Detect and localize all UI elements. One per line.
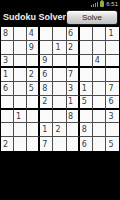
sudoku-cell[interactable] xyxy=(53,96,66,110)
sudoku-cell[interactable] xyxy=(40,41,53,55)
sudoku-cell[interactable]: 6 xyxy=(1,82,14,96)
sudoku-cell[interactable]: 8 xyxy=(1,27,14,41)
sudoku-cell[interactable]: 8 xyxy=(80,123,93,137)
sudoku-cell[interactable] xyxy=(80,55,93,69)
sudoku-cell[interactable]: 1 xyxy=(1,68,14,82)
sudoku-cell[interactable] xyxy=(27,55,40,69)
sudoku-cell[interactable]: 7 xyxy=(40,137,53,151)
sudoku-cell[interactable] xyxy=(106,68,119,82)
sudoku-cell[interactable] xyxy=(106,41,119,55)
status-clock: 6:51 xyxy=(106,0,118,8)
sudoku-cell[interactable]: 8 xyxy=(40,82,53,96)
sudoku-cell[interactable] xyxy=(80,68,93,82)
sudoku-cell[interactable] xyxy=(67,55,80,69)
sudoku-cell[interactable] xyxy=(14,55,27,69)
sudoku-cell[interactable] xyxy=(67,123,80,137)
status-bar: 6:51 xyxy=(0,0,120,8)
battery-icon xyxy=(100,1,104,7)
sudoku-cell[interactable] xyxy=(93,137,106,151)
sudoku-cell[interactable]: 5 xyxy=(106,137,119,151)
sudoku-cell[interactable]: 9 xyxy=(27,41,40,55)
sudoku-cell[interactable]: 1 xyxy=(67,96,80,110)
sudoku-cell[interactable] xyxy=(53,110,66,124)
sudoku-cell[interactable] xyxy=(1,96,14,110)
sudoku-cell[interactable]: 1 xyxy=(53,41,66,55)
sudoku-cell[interactable] xyxy=(80,41,93,55)
sudoku-cell[interactable]: 7 xyxy=(67,68,80,82)
sudoku-cell[interactable] xyxy=(14,96,27,110)
sudoku-cell[interactable] xyxy=(93,82,106,96)
sudoku-cell[interactable] xyxy=(53,55,66,69)
sudoku-cell[interactable]: 6 xyxy=(106,96,119,110)
sudoku-cell[interactable] xyxy=(80,27,93,41)
sudoku-cell[interactable]: 1 xyxy=(40,123,53,137)
sudoku-cell[interactable]: 6 xyxy=(67,27,80,41)
sudoku-cell[interactable] xyxy=(27,110,40,124)
sudoku-cell[interactable] xyxy=(14,68,27,82)
sudoku-cell[interactable] xyxy=(80,110,93,124)
sudoku-cell[interactable]: 1 xyxy=(106,27,119,41)
sudoku-cell[interactable]: 3 xyxy=(1,55,14,69)
sudoku-cell[interactable]: 7 xyxy=(106,82,119,96)
solve-button[interactable]: Solve xyxy=(66,10,118,25)
sudoku-cell[interactable]: 2 xyxy=(67,41,80,55)
sudoku-cell[interactable]: 8 xyxy=(67,110,80,124)
sudoku-cell[interactable] xyxy=(27,96,40,110)
sudoku-cell[interactable] xyxy=(27,137,40,151)
signal-icon xyxy=(91,2,98,7)
sudoku-cell[interactable] xyxy=(53,137,66,151)
sudoku-cell[interactable] xyxy=(93,110,106,124)
sudoku-cell[interactable] xyxy=(93,41,106,55)
sudoku-cell[interactable] xyxy=(1,41,14,55)
sudoku-cell[interactable]: 5 xyxy=(27,82,40,96)
sudoku-cell[interactable] xyxy=(53,27,66,41)
sudoku-board: 8461912394126765831721561831282765 xyxy=(0,26,120,152)
sudoku-cell[interactable] xyxy=(106,55,119,69)
sudoku-cell[interactable]: 2 xyxy=(40,96,53,110)
sudoku-cell[interactable] xyxy=(40,110,53,124)
sudoku-cell[interactable]: 2 xyxy=(53,123,66,137)
sudoku-cell[interactable] xyxy=(14,123,27,137)
sudoku-cell[interactable]: 2 xyxy=(1,137,14,151)
sudoku-cell[interactable] xyxy=(93,27,106,41)
sudoku-cell[interactable] xyxy=(93,96,106,110)
sudoku-cell[interactable] xyxy=(67,137,80,151)
sudoku-cell[interactable] xyxy=(40,27,53,41)
sudoku-cell[interactable] xyxy=(14,41,27,55)
sudoku-cell[interactable] xyxy=(53,82,66,96)
sudoku-cell[interactable]: 2 xyxy=(27,68,40,82)
sudoku-cell[interactable] xyxy=(1,110,14,124)
sudoku-cell[interactable] xyxy=(14,137,27,151)
sudoku-cell[interactable] xyxy=(14,27,27,41)
sudoku-cell[interactable]: 3 xyxy=(106,110,119,124)
sudoku-cell[interactable]: 5 xyxy=(80,96,93,110)
title-bar: Sudoku Solver Solve xyxy=(0,8,120,26)
sudoku-cell[interactable] xyxy=(93,123,106,137)
sudoku-cell[interactable]: 4 xyxy=(93,55,106,69)
sudoku-cell[interactable] xyxy=(27,123,40,137)
sudoku-cell[interactable]: 1 xyxy=(80,82,93,96)
phone-screen: 6:51 Sudoku Solver Solve 846191239412676… xyxy=(0,0,120,200)
sudoku-cell[interactable] xyxy=(106,123,119,137)
sudoku-cell[interactable]: 3 xyxy=(67,82,80,96)
sudoku-cell[interactable] xyxy=(93,68,106,82)
sudoku-cell[interactable] xyxy=(14,82,27,96)
sudoku-cell[interactable]: 4 xyxy=(27,27,40,41)
sudoku-cell[interactable]: 6 xyxy=(80,137,93,151)
sudoku-cell[interactable] xyxy=(1,123,14,137)
app-title: Sudoku Solver xyxy=(3,12,66,22)
sudoku-cell[interactable]: 6 xyxy=(40,68,53,82)
sudoku-cell[interactable] xyxy=(53,68,66,82)
sudoku-cell[interactable]: 1 xyxy=(14,110,27,124)
sudoku-cell[interactable]: 9 xyxy=(40,55,53,69)
bottom-fill xyxy=(0,152,120,200)
